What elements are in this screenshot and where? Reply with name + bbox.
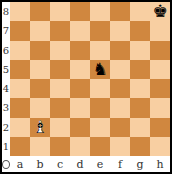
file-label-h: h <box>150 158 170 171</box>
square-c5[interactable] <box>50 60 70 79</box>
square-a1[interactable] <box>10 137 30 156</box>
square-d2[interactable] <box>70 118 90 137</box>
square-c4[interactable] <box>50 79 70 98</box>
rank-label-6: 6 <box>2 41 10 60</box>
square-b7[interactable] <box>30 21 50 40</box>
square-a8[interactable] <box>10 2 30 21</box>
square-d1[interactable] <box>70 137 90 156</box>
square-a7[interactable] <box>10 21 30 40</box>
rank-label-3: 3 <box>2 98 10 117</box>
rank-labels: 87654321 <box>2 2 10 156</box>
square-d4[interactable] <box>70 79 90 98</box>
file-label-c: c <box>50 158 70 171</box>
square-h3[interactable] <box>150 98 170 117</box>
square-f7[interactable] <box>110 21 130 40</box>
file-labels: abcdefgh <box>2 156 170 172</box>
chessboard-frame: 87654321 ♚♞♝♗ abcdefgh <box>0 0 172 174</box>
square-b3[interactable] <box>30 98 50 117</box>
square-f8[interactable] <box>110 2 130 21</box>
square-e3[interactable] <box>90 98 110 117</box>
square-a5[interactable] <box>10 60 30 79</box>
square-f1[interactable] <box>110 137 130 156</box>
square-f6[interactable] <box>110 41 130 60</box>
square-b8[interactable] <box>30 2 50 21</box>
square-b5[interactable] <box>30 60 50 79</box>
square-d3[interactable] <box>70 98 90 117</box>
square-e2[interactable] <box>90 118 110 137</box>
square-g7[interactable] <box>130 21 150 40</box>
to-move-corner <box>2 156 10 172</box>
square-a6[interactable] <box>10 41 30 60</box>
square-e8[interactable] <box>90 2 110 21</box>
file-label-f: f <box>110 158 130 171</box>
square-a3[interactable] <box>10 98 30 117</box>
rank-label-7: 7 <box>2 21 10 40</box>
square-e6[interactable] <box>90 41 110 60</box>
square-g2[interactable] <box>130 118 150 137</box>
square-e5[interactable]: ♞ <box>90 60 110 79</box>
rank-label-5: 5 <box>2 60 10 79</box>
square-g8[interactable] <box>130 2 150 21</box>
square-h2[interactable] <box>150 118 170 137</box>
white-to-move-indicator <box>2 160 10 169</box>
square-g4[interactable] <box>130 79 150 98</box>
rank-label-8: 8 <box>2 2 10 21</box>
chess-board: ♚♞♝♗ <box>10 2 170 156</box>
square-d6[interactable] <box>70 41 90 60</box>
rank-label-4: 4 <box>2 79 10 98</box>
square-d8[interactable] <box>70 2 90 21</box>
file-label-e: e <box>90 158 110 171</box>
square-c8[interactable] <box>50 2 70 21</box>
square-h4[interactable] <box>150 79 170 98</box>
black-knight: ♞ <box>92 61 107 78</box>
square-b2[interactable]: ♝♗ <box>30 118 50 137</box>
white-bishop-outline: ♗ <box>32 119 47 136</box>
square-g6[interactable] <box>130 41 150 60</box>
square-c7[interactable] <box>50 21 70 40</box>
square-c1[interactable] <box>50 137 70 156</box>
square-h6[interactable] <box>150 41 170 60</box>
square-h5[interactable] <box>150 60 170 79</box>
square-b6[interactable] <box>30 41 50 60</box>
square-e1[interactable] <box>90 137 110 156</box>
rank-label-2: 2 <box>2 118 10 137</box>
square-g5[interactable] <box>130 60 150 79</box>
square-f3[interactable] <box>110 98 130 117</box>
file-label-a: a <box>10 158 30 171</box>
file-label-g: g <box>130 158 150 171</box>
square-a4[interactable] <box>10 79 30 98</box>
file-label-d: d <box>70 158 90 171</box>
square-c6[interactable] <box>50 41 70 60</box>
file-label-b: b <box>30 158 50 171</box>
square-f2[interactable] <box>110 118 130 137</box>
square-c3[interactable] <box>50 98 70 117</box>
square-g3[interactable] <box>130 98 150 117</box>
white-bishop: ♝♗ <box>32 119 47 136</box>
black-king: ♚ <box>152 3 167 20</box>
rank-label-1: 1 <box>2 137 10 156</box>
square-h1[interactable] <box>150 137 170 156</box>
square-d5[interactable] <box>70 60 90 79</box>
square-e4[interactable] <box>90 79 110 98</box>
square-c2[interactable] <box>50 118 70 137</box>
square-b1[interactable] <box>30 137 50 156</box>
square-b4[interactable] <box>30 79 50 98</box>
square-h8[interactable]: ♚ <box>150 2 170 21</box>
square-h7[interactable] <box>150 21 170 40</box>
square-a2[interactable] <box>10 118 30 137</box>
square-d7[interactable] <box>70 21 90 40</box>
square-g1[interactable] <box>130 137 150 156</box>
square-f4[interactable] <box>110 79 130 98</box>
square-f5[interactable] <box>110 60 130 79</box>
square-e7[interactable] <box>90 21 110 40</box>
